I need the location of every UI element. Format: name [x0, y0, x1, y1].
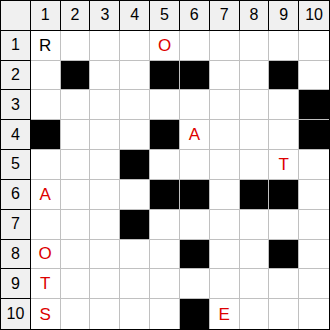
row-header-9: 9	[1, 269, 31, 299]
grid-cell-r9c2[interactable]	[61, 269, 91, 299]
grid-cell-r6c2[interactable]	[61, 180, 91, 210]
grid-cell-r5c2[interactable]	[61, 150, 91, 180]
grid-cell-r1c10[interactable]	[299, 31, 329, 61]
grid-cell-letter-r5c9[interactable]: T	[269, 150, 299, 180]
column-header-9: 9	[269, 1, 299, 31]
grid-cell-r5c10[interactable]	[299, 150, 329, 180]
grid-cell-black-r2c9	[269, 61, 299, 91]
grid-cell-black-r8c9	[269, 240, 299, 270]
grid-cell-black-r4c5	[150, 120, 180, 150]
column-header-3: 3	[90, 1, 120, 31]
grid-cell-r7c9[interactable]	[269, 210, 299, 240]
grid-cell-r3c5[interactable]	[150, 90, 180, 120]
grid-cell-r5c7[interactable]	[210, 150, 240, 180]
grid-cell-r9c9[interactable]	[269, 269, 299, 299]
grid-cell-r7c7[interactable]	[210, 210, 240, 240]
grid-cell-r10c2[interactable]	[61, 299, 91, 329]
grid-cell-r4c8[interactable]	[240, 120, 270, 150]
grid-cell-r1c2[interactable]	[61, 31, 91, 61]
grid-cell-r6c7[interactable]	[210, 180, 240, 210]
grid-cell-r8c4[interactable]	[120, 240, 150, 270]
grid-cell-r9c3[interactable]	[90, 269, 120, 299]
grid-cell-r6c4[interactable]	[120, 180, 150, 210]
row-header-2: 2	[1, 61, 31, 91]
grid-cell-r8c8[interactable]	[240, 240, 270, 270]
grid-cell-r4c3[interactable]	[90, 120, 120, 150]
column-header-5: 5	[150, 1, 180, 31]
grid-cell-r9c7[interactable]	[210, 269, 240, 299]
grid-cell-r10c10[interactable]	[299, 299, 329, 329]
grid-cell-black-r6c9	[269, 180, 299, 210]
row-header-1: 1	[1, 31, 31, 61]
grid-cell-r2c8[interactable]	[240, 61, 270, 91]
grid-cell-r3c6[interactable]	[180, 90, 210, 120]
grid-cell-r5c1[interactable]	[31, 150, 61, 180]
row-header-6: 6	[1, 180, 31, 210]
grid-cell-black-r3c10	[299, 90, 329, 120]
grid-cell-r5c5[interactable]	[150, 150, 180, 180]
grid-cell-black-r8c6	[180, 240, 210, 270]
grid-cell-r4c2[interactable]	[61, 120, 91, 150]
grid-cell-r7c10[interactable]	[299, 210, 329, 240]
grid-cell-r7c5[interactable]	[150, 210, 180, 240]
grid-cell-black-r7c4	[120, 210, 150, 240]
grid-cell-r2c1[interactable]	[31, 61, 61, 91]
puzzle-board: 123456789101RO234A5T6A78O9T10SE	[0, 0, 330, 330]
grid-cell-r7c1[interactable]	[31, 210, 61, 240]
grid-cell-black-r4c10	[299, 120, 329, 150]
grid-cell-letter-r1c1[interactable]: R	[31, 31, 61, 61]
grid-cell-r3c3[interactable]	[90, 90, 120, 120]
grid-cell-r2c7[interactable]	[210, 61, 240, 91]
row-header-7: 7	[1, 210, 31, 240]
grid-cell-r8c2[interactable]	[61, 240, 91, 270]
grid-cell-r2c4[interactable]	[120, 61, 150, 91]
grid-cell-letter-r10c1[interactable]: S	[31, 299, 61, 329]
grid-cell-r3c7[interactable]	[210, 90, 240, 120]
grid-cell-letter-r9c1[interactable]: T	[31, 269, 61, 299]
grid-cell-letter-r1c5[interactable]: O	[150, 31, 180, 61]
grid-cell-letter-r10c7[interactable]: E	[210, 299, 240, 329]
grid-cell-r1c7[interactable]	[210, 31, 240, 61]
grid-cell-r10c4[interactable]	[120, 299, 150, 329]
grid-cell-r5c3[interactable]	[90, 150, 120, 180]
grid-cell-r5c8[interactable]	[240, 150, 270, 180]
grid-cell-black-r5c4	[120, 150, 150, 180]
grid-cell-r9c8[interactable]	[240, 269, 270, 299]
column-header-7: 7	[210, 1, 240, 31]
grid-cell-r2c3[interactable]	[90, 61, 120, 91]
grid-cell-r8c7[interactable]	[210, 240, 240, 270]
grid-cell-r8c10[interactable]	[299, 240, 329, 270]
grid-cell-r1c6[interactable]	[180, 31, 210, 61]
grid-cell-black-r2c6	[180, 61, 210, 91]
grid-cell-r8c5[interactable]	[150, 240, 180, 270]
grid-cell-black-r6c5	[150, 180, 180, 210]
row-header-3: 3	[1, 90, 31, 120]
grid-cell-black-r2c5	[150, 61, 180, 91]
grid-cell-r4c9[interactable]	[269, 120, 299, 150]
grid-cell-black-r4c1	[31, 120, 61, 150]
grid-cell-r3c1[interactable]	[31, 90, 61, 120]
grid-cell-black-r10c6	[180, 299, 210, 329]
column-header-1: 1	[31, 1, 61, 31]
grid-cell-r2c10[interactable]	[299, 61, 329, 91]
grid-cell-r9c6[interactable]	[180, 269, 210, 299]
grid-cell-r9c4[interactable]	[120, 269, 150, 299]
grid-cell-letter-r6c1[interactable]: A	[31, 180, 61, 210]
row-header-8: 8	[1, 240, 31, 270]
column-header-6: 6	[180, 1, 210, 31]
grid-cell-r9c5[interactable]	[150, 269, 180, 299]
grid-cell-r7c8[interactable]	[240, 210, 270, 240]
grid-cell-r1c3[interactable]	[90, 31, 120, 61]
grid-cell-r4c4[interactable]	[120, 120, 150, 150]
grid-cell-black-r6c6	[180, 180, 210, 210]
grid-cell-r10c9[interactable]	[269, 299, 299, 329]
column-header-2: 2	[61, 1, 91, 31]
grid-cell-r10c5[interactable]	[150, 299, 180, 329]
grid-cell-r1c9[interactable]	[269, 31, 299, 61]
grid-cell-black-r6c8	[240, 180, 270, 210]
grid-cell-r8c3[interactable]	[90, 240, 120, 270]
row-header-10: 10	[1, 299, 31, 329]
grid-cell-r7c2[interactable]	[61, 210, 91, 240]
column-header-10: 10	[299, 1, 329, 31]
grid-cell-r1c4[interactable]	[120, 31, 150, 61]
grid-cell-r10c3[interactable]	[90, 299, 120, 329]
grid-cell-r3c8[interactable]	[240, 90, 270, 120]
row-header-5: 5	[1, 150, 31, 180]
column-header-8: 8	[240, 1, 270, 31]
corner-cell	[1, 1, 31, 31]
row-header-4: 4	[1, 120, 31, 150]
grid-cell-r3c2[interactable]	[61, 90, 91, 120]
grid-cell-black-r2c2	[61, 61, 91, 91]
grid-cell-r3c4[interactable]	[120, 90, 150, 120]
grid-cell-r4c7[interactable]	[210, 120, 240, 150]
grid-cell-r9c10[interactable]	[299, 269, 329, 299]
column-header-4: 4	[120, 1, 150, 31]
grid-cell-r7c6[interactable]	[180, 210, 210, 240]
grid-cell-letter-r8c1[interactable]: O	[31, 240, 61, 270]
grid-cell-r10c8[interactable]	[240, 299, 270, 329]
grid-cell-r7c3[interactable]	[90, 210, 120, 240]
grid-cell-r5c6[interactable]	[180, 150, 210, 180]
grid-cell-r3c9[interactable]	[269, 90, 299, 120]
grid-cell-letter-r4c6[interactable]: A	[180, 120, 210, 150]
grid-cell-r1c8[interactable]	[240, 31, 270, 61]
grid-cell-r6c3[interactable]	[90, 180, 120, 210]
grid-cell-r6c10[interactable]	[299, 180, 329, 210]
